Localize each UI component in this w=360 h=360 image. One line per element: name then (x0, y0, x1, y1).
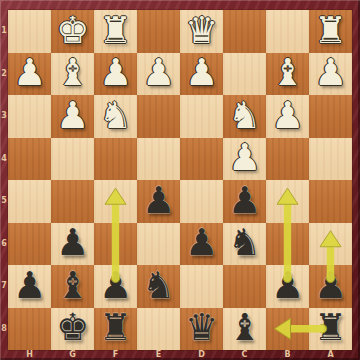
rank-label-2: 2 (0, 70, 8, 78)
square-c6[interactable]: ♞ (223, 223, 266, 266)
square-c8[interactable]: ♝ (223, 308, 266, 351)
square-a3[interactable] (309, 95, 352, 138)
file-label-d: D (192, 351, 212, 359)
rank-label-8: 8 (0, 325, 8, 333)
white-bishop-b2[interactable]: ♝ (271, 54, 304, 91)
black-rook-a8[interactable]: ♜ (314, 309, 347, 346)
file-label-h: H (20, 351, 40, 359)
black-pawn-g6[interactable]: ♟ (56, 224, 89, 261)
rank-label-4: 4 (0, 155, 8, 163)
square-e2[interactable]: ♟ (137, 53, 180, 96)
white-pawn-c4[interactable]: ♟ (228, 139, 261, 176)
square-c5[interactable]: ♟ (223, 180, 266, 223)
black-rook-f8[interactable]: ♜ (99, 309, 132, 346)
square-d8[interactable]: ♛ (180, 308, 223, 351)
square-f5[interactable] (94, 180, 137, 223)
square-b6[interactable] (266, 223, 309, 266)
square-g6[interactable]: ♟ (51, 223, 94, 266)
square-h4[interactable] (8, 138, 51, 181)
square-a2[interactable]: ♟ (309, 53, 352, 96)
square-c7[interactable] (223, 265, 266, 308)
square-a1[interactable]: ♜ (309, 10, 352, 53)
square-b2[interactable]: ♝ (266, 53, 309, 96)
square-e6[interactable] (137, 223, 180, 266)
black-pawn-b7[interactable]: ♟ (271, 267, 304, 304)
square-d2[interactable]: ♟ (180, 53, 223, 96)
square-d4[interactable] (180, 138, 223, 181)
black-bishop-c8[interactable]: ♝ (228, 309, 261, 346)
black-knight-e7[interactable]: ♞ (142, 267, 175, 304)
black-pawn-c5[interactable]: ♟ (228, 182, 261, 219)
square-g1[interactable]: ♚ (51, 10, 94, 53)
square-g8[interactable]: ♚ (51, 308, 94, 351)
black-bishop-g7[interactable]: ♝ (56, 267, 89, 304)
square-e7[interactable]: ♞ (137, 265, 180, 308)
square-h5[interactable] (8, 180, 51, 223)
black-knight-c6[interactable]: ♞ (228, 224, 261, 261)
file-label-g: G (63, 351, 83, 359)
square-e4[interactable] (137, 138, 180, 181)
white-knight-c3[interactable]: ♞ (228, 97, 261, 134)
file-label-a: A (321, 351, 341, 359)
square-f7[interactable]: ♟ (94, 265, 137, 308)
white-pawn-g3[interactable]: ♟ (56, 97, 89, 134)
square-h3[interactable] (8, 95, 51, 138)
square-b1[interactable] (266, 10, 309, 53)
square-c1[interactable] (223, 10, 266, 53)
black-pawn-h7[interactable]: ♟ (13, 267, 46, 304)
square-a7[interactable]: ♟ (309, 265, 352, 308)
white-rook-a1[interactable]: ♜ (314, 12, 347, 49)
square-h8[interactable] (8, 308, 51, 351)
white-pawn-b3[interactable]: ♟ (271, 97, 304, 134)
file-label-c: C (235, 351, 255, 359)
square-b7[interactable]: ♟ (266, 265, 309, 308)
chess-board: ♚♜♛♜♟♝♟♟♟♝♟♟♞♞♟♟♟♟♟♟♞♟♝♟♞♟♟♚♜♛♝♜ (8, 10, 352, 350)
white-pawn-f2[interactable]: ♟ (99, 54, 132, 91)
square-e5[interactable]: ♟ (137, 180, 180, 223)
square-e1[interactable] (137, 10, 180, 53)
rank-label-6: 6 (0, 240, 8, 248)
square-c3[interactable]: ♞ (223, 95, 266, 138)
square-g2[interactable]: ♝ (51, 53, 94, 96)
square-f1[interactable]: ♜ (94, 10, 137, 53)
rank-label-3: 3 (0, 112, 8, 120)
square-f2[interactable]: ♟ (94, 53, 137, 96)
square-a8[interactable]: ♜ (309, 308, 352, 351)
white-queen-d1[interactable]: ♛ (185, 12, 218, 49)
white-pawn-e2[interactable]: ♟ (142, 54, 175, 91)
rank-label-1: 1 (0, 27, 8, 35)
rank-label-5: 5 (0, 197, 8, 205)
square-h1[interactable] (8, 10, 51, 53)
white-king-g1[interactable]: ♚ (56, 12, 89, 49)
square-d3[interactable] (180, 95, 223, 138)
square-f3[interactable]: ♞ (94, 95, 137, 138)
black-pawn-d6[interactable]: ♟ (185, 224, 218, 261)
square-e3[interactable] (137, 95, 180, 138)
square-b3[interactable]: ♟ (266, 95, 309, 138)
square-h6[interactable] (8, 223, 51, 266)
square-e8[interactable] (137, 308, 180, 351)
square-a6[interactable] (309, 223, 352, 266)
square-f6[interactable] (94, 223, 137, 266)
square-g5[interactable] (51, 180, 94, 223)
square-g3[interactable]: ♟ (51, 95, 94, 138)
file-label-b: B (278, 351, 298, 359)
white-pawn-h2[interactable]: ♟ (13, 54, 46, 91)
square-g7[interactable]: ♝ (51, 265, 94, 308)
white-bishop-g2[interactable]: ♝ (56, 54, 89, 91)
chessboard-frame: ♚♜♛♜♟♝♟♟♟♝♟♟♞♞♟♟♟♟♟♟♞♟♝♟♞♟♟♚♜♛♝♜ 1234567… (0, 0, 360, 360)
white-pawn-a2[interactable]: ♟ (314, 54, 347, 91)
square-h2[interactable]: ♟ (8, 53, 51, 96)
white-knight-f3[interactable]: ♞ (99, 97, 132, 134)
square-f4[interactable] (94, 138, 137, 181)
white-pawn-d2[interactable]: ♟ (185, 54, 218, 91)
square-a4[interactable] (309, 138, 352, 181)
black-pawn-f7[interactable]: ♟ (99, 267, 132, 304)
black-queen-d8[interactable]: ♛ (185, 309, 218, 346)
square-g4[interactable] (51, 138, 94, 181)
square-f8[interactable]: ♜ (94, 308, 137, 351)
square-c2[interactable] (223, 53, 266, 96)
square-h7[interactable]: ♟ (8, 265, 51, 308)
rank-label-7: 7 (0, 282, 8, 290)
white-rook-f1[interactable]: ♜ (99, 12, 132, 49)
square-b8[interactable] (266, 308, 309, 351)
square-d7[interactable] (180, 265, 223, 308)
square-b5[interactable] (266, 180, 309, 223)
square-c4[interactable]: ♟ (223, 138, 266, 181)
black-pawn-a7[interactable]: ♟ (314, 267, 347, 304)
file-label-f: F (106, 351, 126, 359)
square-a5[interactable] (309, 180, 352, 223)
square-b4[interactable] (266, 138, 309, 181)
black-king-g8[interactable]: ♚ (56, 309, 89, 346)
square-d1[interactable]: ♛ (180, 10, 223, 53)
black-pawn-e5[interactable]: ♟ (142, 182, 175, 219)
square-d5[interactable] (180, 180, 223, 223)
file-label-e: E (149, 351, 169, 359)
square-d6[interactable]: ♟ (180, 223, 223, 266)
